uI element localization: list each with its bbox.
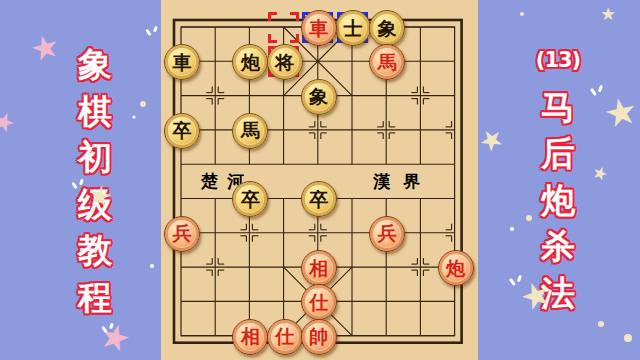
piece-red-horse[interactable]: 馬 <box>369 44 405 80</box>
dot-decoration <box>598 321 604 327</box>
star-decoration: ★ <box>600 6 616 24</box>
piece-black-soldier[interactable]: 卒 <box>301 181 337 217</box>
piece-black-elephant[interactable]: 象 <box>301 79 337 115</box>
piece-black-horse[interactable]: 馬 <box>232 113 268 149</box>
title-char: 象 <box>78 47 112 81</box>
piece-red-advisor[interactable]: 仕 <box>267 319 303 355</box>
right-title: (13)马后炮杀法 <box>536 43 580 322</box>
star-decoration: ★ <box>27 29 64 68</box>
title-char: 炮 <box>541 183 575 217</box>
dot-decoration <box>526 215 532 221</box>
piece-red-elephant[interactable]: 相 <box>232 319 268 355</box>
piece-black-soldier[interactable]: 卒 <box>232 181 268 217</box>
move-highlight-red <box>268 12 299 43</box>
dot-decoration <box>624 334 632 342</box>
piece-red-elephant[interactable]: 相 <box>301 250 337 286</box>
piece-red-soldier[interactable]: 兵 <box>369 216 405 252</box>
title-char: 马 <box>541 90 575 124</box>
sparkle-decoration <box>590 85 604 99</box>
xiangqi-board: 楚河 漢界 車炮将士象象卒馬卒卒車馬兵兵炮相仕相仕帥 <box>161 0 478 360</box>
title-char: 法 <box>541 276 575 310</box>
title-char: 杀 <box>541 229 575 263</box>
piece-red-advisor[interactable]: 仕 <box>301 284 337 320</box>
title-char: 棋 <box>78 94 112 128</box>
title-char: (13) <box>536 43 580 77</box>
piece-black-elephant[interactable]: 象 <box>369 10 405 46</box>
star-decoration: ★ <box>0 106 19 137</box>
sparkle-decoration <box>509 275 523 289</box>
dot-decoration <box>520 12 524 16</box>
title-char: 程 <box>78 280 112 314</box>
piece-black-cannon[interactable]: 炮 <box>232 44 268 80</box>
sparkle-decoration <box>145 26 159 40</box>
title-char: 初 <box>78 140 112 174</box>
star-decoration: ★ <box>601 91 640 135</box>
title-char: 级 <box>78 187 112 221</box>
left-title: 象棋初级教程 <box>78 47 112 326</box>
piece-black-soldier[interactable]: 卒 <box>164 113 200 149</box>
piece-red-king[interactable]: 帥 <box>301 319 337 355</box>
dot-decoration <box>140 101 146 107</box>
piece-black-chariot[interactable]: 車 <box>164 44 200 80</box>
title-char: 教 <box>78 233 112 267</box>
piece-red-chariot[interactable]: 車 <box>301 10 337 46</box>
title-char: 后 <box>541 136 575 170</box>
dot-decoration <box>133 116 136 119</box>
dot-decoration <box>150 264 154 268</box>
piece-black-advisor[interactable]: 士 <box>335 10 371 46</box>
piece-red-soldier[interactable]: 兵 <box>164 216 200 252</box>
star-decoration: ★ <box>474 122 511 159</box>
board-grid[interactable]: 車炮将士象象卒馬卒卒車馬兵兵炮相仕相仕帥 <box>164 10 472 353</box>
piece-black-general[interactable]: 将 <box>267 44 303 80</box>
piece-red-cannon[interactable]: 炮 <box>438 250 474 286</box>
star-decoration: ★ <box>590 163 611 185</box>
dot-decoration <box>510 227 514 231</box>
app-screen: { "game": "xiangqi", "position": "4Rab2/… <box>0 0 640 360</box>
